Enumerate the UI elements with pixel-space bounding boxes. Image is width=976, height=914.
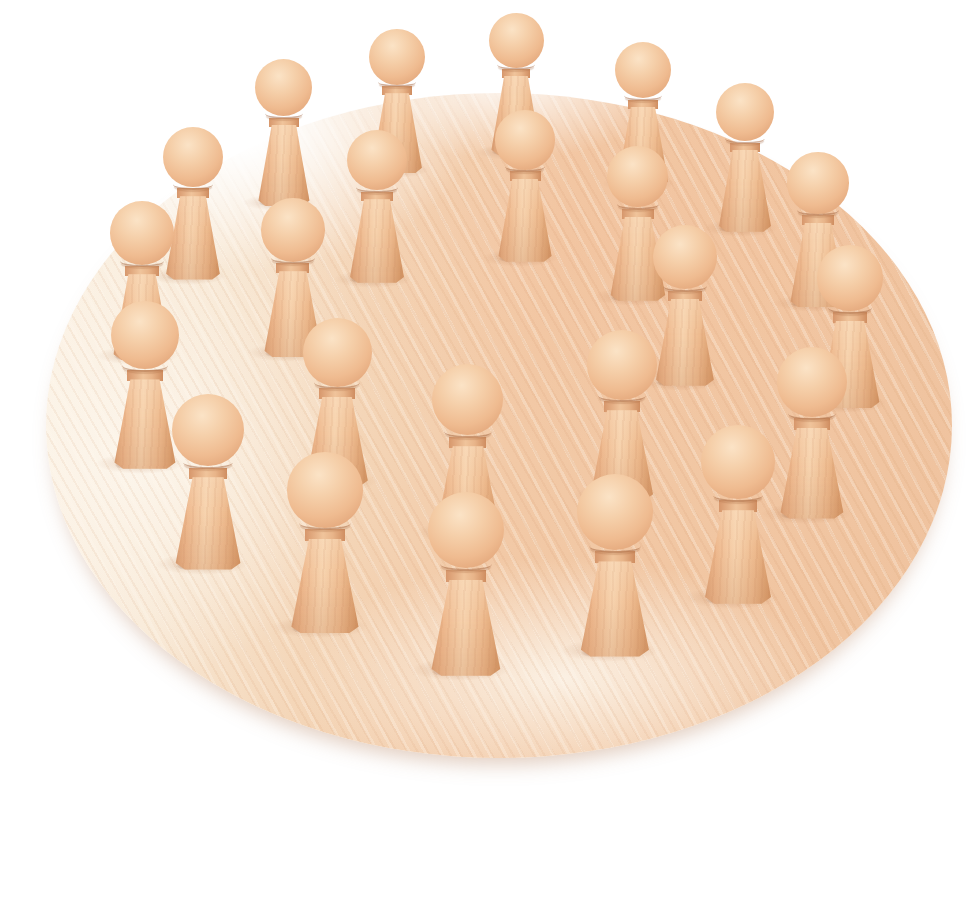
peg-groove-ring	[788, 407, 836, 420]
peg-body	[429, 580, 504, 676]
peg-groove-ring	[624, 90, 662, 101]
peg-body	[717, 150, 773, 232]
peg-body	[256, 125, 311, 206]
peg-groove-ring	[497, 59, 534, 70]
wooden-peg[interactable]	[701, 425, 775, 604]
peg-groove-ring	[173, 178, 214, 190]
peg-body	[778, 428, 846, 519]
peg-body	[702, 510, 774, 604]
wooden-peg[interactable]	[111, 301, 179, 469]
peg-groove-ring	[122, 359, 168, 372]
peg-groove-ring	[589, 539, 641, 553]
wooden-peg[interactable]	[347, 130, 407, 283]
peg-groove-ring	[663, 280, 707, 292]
peg-groove-ring	[265, 108, 304, 119]
peg-groove-ring	[356, 181, 397, 193]
peg-groove-ring	[828, 301, 873, 314]
peg-body	[578, 561, 652, 656]
wooden-peg[interactable]	[287, 452, 362, 633]
peg-groove-ring	[440, 557, 492, 571]
peg-groove-ring	[617, 198, 659, 210]
wooden-peg[interactable]	[777, 347, 847, 519]
wooden-peg[interactable]	[255, 59, 312, 206]
peg-body	[112, 379, 178, 468]
product-photo-stage	[0, 0, 976, 914]
wooden-peg[interactable]	[495, 110, 555, 261]
peg-body	[348, 199, 407, 283]
peg-body	[654, 299, 717, 386]
wooden-peg[interactable]	[172, 394, 245, 570]
peg-groove-ring	[725, 132, 765, 143]
wooden-peg[interactable]	[716, 83, 774, 232]
peg-body	[173, 477, 243, 569]
peg-body	[289, 539, 362, 633]
wooden-peg[interactable]	[577, 474, 653, 657]
peg-body	[496, 179, 554, 262]
wooden-peg[interactable]	[428, 492, 505, 676]
wooden-peg[interactable]	[653, 225, 718, 386]
peg-groove-ring	[713, 488, 763, 502]
peg-groove-ring	[183, 455, 232, 469]
